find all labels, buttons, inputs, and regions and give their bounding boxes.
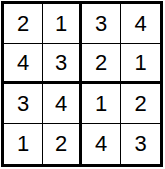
sudoku-cell-r0c1[interactable]: 1 xyxy=(43,4,82,44)
sudoku-cell-r2c0[interactable]: 3 xyxy=(4,84,43,124)
sudoku-board: 2 1 3 4 4 3 2 1 3 4 1 2 1 2 4 3 xyxy=(1,1,163,167)
sudoku-cell-r1c3[interactable]: 1 xyxy=(121,44,160,84)
sudoku-cell-r0c2[interactable]: 3 xyxy=(82,4,121,44)
sudoku-cell-r0c0[interactable]: 2 xyxy=(4,4,43,44)
sudoku-cell-r0c3[interactable]: 4 xyxy=(121,4,160,44)
sudoku-cell-r3c1[interactable]: 2 xyxy=(43,124,82,164)
sudoku-cell-r1c0[interactable]: 4 xyxy=(4,44,43,84)
sudoku-cell-r1c2[interactable]: 2 xyxy=(82,44,121,84)
sudoku-cell-r3c3[interactable]: 3 xyxy=(121,124,160,164)
page: 2 1 3 4 4 3 2 1 3 4 1 2 1 2 4 3 xyxy=(0,0,165,169)
sudoku-cell-r3c0[interactable]: 1 xyxy=(4,124,43,164)
sudoku-cell-r2c1[interactable]: 4 xyxy=(43,84,82,124)
sudoku-cell-r2c2[interactable]: 1 xyxy=(82,84,121,124)
sudoku-cell-r2c3[interactable]: 2 xyxy=(121,84,160,124)
sudoku-cell-r1c1[interactable]: 3 xyxy=(43,44,82,84)
sudoku-cell-r3c2[interactable]: 4 xyxy=(82,124,121,164)
